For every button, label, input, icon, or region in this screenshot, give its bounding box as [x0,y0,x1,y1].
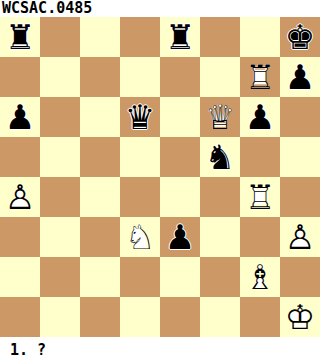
square-b2[interactable] [40,257,80,297]
square-f7[interactable] [200,57,240,97]
white-bishop: ♝♗ [240,257,280,297]
square-c6[interactable] [80,97,120,137]
square-e3[interactable]: ♟ [160,217,200,257]
square-h2[interactable] [280,257,320,297]
square-d7[interactable] [120,57,160,97]
white-pawn: ♟♙ [0,177,40,217]
black-pawn: ♟ [160,217,200,257]
square-e5[interactable] [160,137,200,177]
chess-board: ♜♜♚♜♖♟♟♛♛♕♟♞♟♙♜♖♞♘♟♟♙♝♗♚♔ [0,17,320,337]
square-c5[interactable] [80,137,120,177]
white-pawn: ♟♙ [280,217,320,257]
square-e6[interactable] [160,97,200,137]
square-g3[interactable] [240,217,280,257]
square-h5[interactable] [280,137,320,177]
square-e2[interactable] [160,257,200,297]
square-a1[interactable] [0,297,40,337]
square-g5[interactable] [240,137,280,177]
square-a6[interactable]: ♟ [0,97,40,137]
square-h8[interactable]: ♚ [280,17,320,57]
square-g2[interactable]: ♝♗ [240,257,280,297]
white-rook: ♜♖ [240,177,280,217]
black-rook: ♜ [0,17,40,57]
square-f8[interactable] [200,17,240,57]
square-a2[interactable] [0,257,40,297]
black-king: ♚ [280,17,320,57]
white-rook: ♜♖ [240,57,280,97]
white-knight: ♞♘ [120,217,160,257]
square-h6[interactable] [280,97,320,137]
square-b1[interactable] [40,297,80,337]
chess-puzzle-page: WCSAC.0485 ♜♜♚♜♖♟♟♛♛♕♟♞♟♙♜♖♞♘♟♟♙♝♗♚♔ 1. … [0,0,320,359]
square-h3[interactable]: ♟♙ [280,217,320,257]
square-f4[interactable] [200,177,240,217]
square-h1[interactable]: ♚♔ [280,297,320,337]
black-rook: ♜ [160,17,200,57]
white-king: ♚♔ [280,297,320,337]
square-f6[interactable]: ♛♕ [200,97,240,137]
square-f2[interactable] [200,257,240,297]
square-g6[interactable]: ♟ [240,97,280,137]
square-e8[interactable]: ♜ [160,17,200,57]
square-b8[interactable] [40,17,80,57]
square-d3[interactable]: ♞♘ [120,217,160,257]
square-h4[interactable] [280,177,320,217]
black-pawn: ♟ [280,57,320,97]
square-d8[interactable] [120,17,160,57]
square-g7[interactable]: ♜♖ [240,57,280,97]
move-prompt: 1. ? [0,337,320,359]
square-g1[interactable] [240,297,280,337]
white-queen: ♛♕ [200,97,240,137]
square-c8[interactable] [80,17,120,57]
square-c7[interactable] [80,57,120,97]
square-b4[interactable] [40,177,80,217]
square-a3[interactable] [0,217,40,257]
square-g8[interactable] [240,17,280,57]
square-c4[interactable] [80,177,120,217]
square-a8[interactable]: ♜ [0,17,40,57]
square-f3[interactable] [200,217,240,257]
black-pawn: ♟ [240,97,280,137]
square-e1[interactable] [160,297,200,337]
square-b3[interactable] [40,217,80,257]
square-d5[interactable] [120,137,160,177]
square-a4[interactable]: ♟♙ [0,177,40,217]
square-e4[interactable] [160,177,200,217]
square-a7[interactable] [0,57,40,97]
square-c1[interactable] [80,297,120,337]
square-c3[interactable] [80,217,120,257]
puzzle-title: WCSAC.0485 [0,0,320,17]
square-a5[interactable] [0,137,40,177]
square-d1[interactable] [120,297,160,337]
square-e7[interactable] [160,57,200,97]
black-pawn: ♟ [0,97,40,137]
square-g4[interactable]: ♜♖ [240,177,280,217]
black-knight: ♞ [200,137,240,177]
square-f5[interactable]: ♞ [200,137,240,177]
square-b6[interactable] [40,97,80,137]
square-h7[interactable]: ♟ [280,57,320,97]
square-c2[interactable] [80,257,120,297]
square-d4[interactable] [120,177,160,217]
square-f1[interactable] [200,297,240,337]
square-d2[interactable] [120,257,160,297]
square-d6[interactable]: ♛ [120,97,160,137]
square-b5[interactable] [40,137,80,177]
square-b7[interactable] [40,57,80,97]
black-queen: ♛ [120,97,160,137]
